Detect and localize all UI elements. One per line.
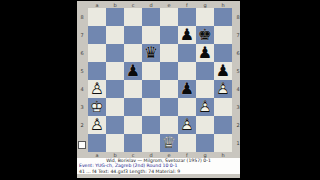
- black-queen-d6: ♛: [142, 44, 160, 62]
- black-king-g7: ♚: [196, 26, 214, 44]
- square-a3: ♚♔: [88, 98, 106, 116]
- square-d2: [142, 116, 160, 134]
- square-a8: [88, 8, 106, 26]
- rank-label-5: 5: [234, 62, 242, 80]
- square-c7: [124, 26, 142, 44]
- square-f4: ♟: [178, 80, 196, 98]
- square-h6: [214, 44, 232, 62]
- rank-label-7: 7: [234, 26, 242, 44]
- square-f6: [178, 44, 196, 62]
- square-c5: ♟: [124, 62, 142, 80]
- square-a7: [88, 26, 106, 44]
- black-pawn-f4: ♟: [178, 80, 196, 98]
- chess-app-panel: abcdefgh ♟♚♛♟♟♟♟♙♟♟♙♚♔♟♙♟♙♟♙♛♕ abcdefgh …: [77, 1, 240, 178]
- square-c2: [124, 116, 142, 134]
- square-g8: [196, 8, 214, 26]
- square-g7: ♚: [196, 26, 214, 44]
- rank-label-1: 1: [234, 134, 242, 152]
- side-to-move-indicator: [78, 141, 86, 149]
- square-c4: [124, 80, 142, 98]
- square-e4: [160, 80, 178, 98]
- black-pawn-h5: ♟: [214, 62, 232, 80]
- square-h2: [214, 116, 232, 134]
- square-f5: [178, 62, 196, 80]
- square-g5: [196, 62, 214, 80]
- video-frame: abcdefgh ♟♚♛♟♟♟♟♙♟♟♙♚♔♟♙♟♙♟♙♛♕ abcdefgh …: [0, 0, 320, 180]
- white-queen-e1: ♛♕: [160, 134, 178, 152]
- square-b1: [106, 134, 124, 152]
- black-pawn-g6: ♟: [196, 44, 214, 62]
- white-pawn-g3: ♟♙: [196, 98, 214, 116]
- white-pawn-h4: ♟♙: [214, 80, 232, 98]
- white-pawn-a2: ♟♙: [88, 116, 106, 134]
- rank-labels-right: 87654321: [234, 8, 242, 152]
- square-h5: ♟: [214, 62, 232, 80]
- square-f7: ♟: [178, 26, 196, 44]
- square-g2: [196, 116, 214, 134]
- square-a4: ♟♙: [88, 80, 106, 98]
- square-e6: [160, 44, 178, 62]
- square-h7: [214, 26, 232, 44]
- white-king-a3: ♚♔: [88, 98, 106, 116]
- black-pawn-c5: ♟: [124, 62, 142, 80]
- square-b7: [106, 26, 124, 44]
- game-info-panel: Wid, Borislav — Milgrom, Svetozar (1957)…: [77, 158, 240, 174]
- rank-label-2: 2: [234, 116, 242, 134]
- square-c8: [124, 8, 142, 26]
- square-g1: [196, 134, 214, 152]
- square-e1: ♛♕: [160, 134, 178, 152]
- square-c1: [124, 134, 142, 152]
- square-g3: ♟♙: [196, 98, 214, 116]
- square-d8: [142, 8, 160, 26]
- square-e8: [160, 8, 178, 26]
- rank-label-6: 6: [78, 44, 86, 62]
- square-d1: [142, 134, 160, 152]
- square-b8: [106, 8, 124, 26]
- square-f1: [178, 134, 196, 152]
- square-b2: [106, 116, 124, 134]
- square-g4: [196, 80, 214, 98]
- square-d5: [142, 62, 160, 80]
- square-c6: [124, 44, 142, 62]
- square-h1: [214, 134, 232, 152]
- moves-line: 41 ... f4 Text: 44.gxf3 Length: 74 Mater…: [77, 169, 240, 174]
- square-e5: [160, 62, 178, 80]
- square-a5: [88, 62, 106, 80]
- square-a2: ♟♙: [88, 116, 106, 134]
- board-squares: ♟♚♛♟♟♟♟♙♟♟♙♚♔♟♙♟♙♟♙♛♕: [88, 8, 232, 152]
- square-d7: [142, 26, 160, 44]
- rank-label-6: 6: [234, 44, 242, 62]
- rank-label-8: 8: [78, 8, 86, 26]
- white-pawn-f2: ♟♙: [178, 116, 196, 134]
- square-c3: [124, 98, 142, 116]
- square-e7: [160, 26, 178, 44]
- square-d4: [142, 80, 160, 98]
- square-b4: [106, 80, 124, 98]
- square-b6: [106, 44, 124, 62]
- square-f8: [178, 8, 196, 26]
- square-e2: [160, 116, 178, 134]
- square-d3: [142, 98, 160, 116]
- rank-label-4: 4: [78, 80, 86, 98]
- square-g6: ♟: [196, 44, 214, 62]
- square-a6: [88, 44, 106, 62]
- rank-label-5: 5: [78, 62, 86, 80]
- square-f2: ♟♙: [178, 116, 196, 134]
- rank-label-3: 3: [78, 98, 86, 116]
- chess-board: abcdefgh ♟♚♛♟♟♟♟♙♟♟♙♚♔♟♙♟♙♟♙♛♕ abcdefgh …: [88, 2, 232, 158]
- white-pawn-a4: ♟♙: [88, 80, 106, 98]
- rank-label-7: 7: [78, 26, 86, 44]
- square-a1: [88, 134, 106, 152]
- rank-label-4: 4: [234, 80, 242, 98]
- rank-labels-left: 87654321: [78, 8, 86, 152]
- black-pawn-f7: ♟: [178, 26, 196, 44]
- square-b5: [106, 62, 124, 80]
- square-h3: [214, 98, 232, 116]
- square-h4: ♟♙: [214, 80, 232, 98]
- rank-label-2: 2: [78, 116, 86, 134]
- square-h8: [214, 8, 232, 26]
- square-b3: [106, 98, 124, 116]
- square-f3: [178, 98, 196, 116]
- square-d6: ♛: [142, 44, 160, 62]
- rank-label-3: 3: [234, 98, 242, 116]
- square-e3: [160, 98, 178, 116]
- rank-label-8: 8: [234, 8, 242, 26]
